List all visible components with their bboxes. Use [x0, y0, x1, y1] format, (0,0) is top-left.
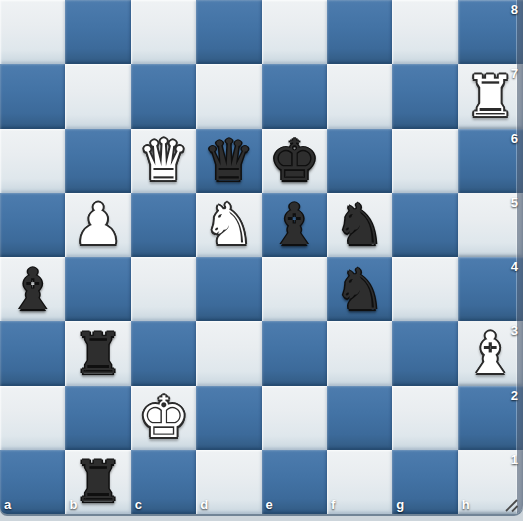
- square-h8[interactable]: 8: [458, 0, 523, 64]
- piece-white-queen[interactable]: ♛: [131, 129, 196, 193]
- rank-label-3: 3: [511, 323, 518, 338]
- square-h7[interactable]: ♜7: [458, 64, 523, 128]
- square-b1[interactable]: ♜b: [65, 450, 130, 514]
- square-a1[interactable]: a: [0, 450, 65, 514]
- square-h6[interactable]: 6: [458, 129, 523, 193]
- square-d4[interactable]: [196, 257, 261, 321]
- file-label-f: f: [331, 497, 335, 512]
- square-b3[interactable]: ♜: [65, 321, 130, 385]
- square-g2[interactable]: [392, 386, 457, 450]
- square-g1[interactable]: g: [392, 450, 457, 514]
- square-g7[interactable]: [392, 64, 457, 128]
- square-a7[interactable]: [0, 64, 65, 128]
- square-a5[interactable]: [0, 193, 65, 257]
- square-f2[interactable]: [327, 386, 392, 450]
- file-label-d: d: [200, 497, 208, 512]
- rank-label-6: 6: [511, 131, 518, 146]
- piece-black-bishop[interactable]: ♝: [0, 257, 65, 321]
- square-a6[interactable]: [0, 129, 65, 193]
- square-e5[interactable]: ♝: [262, 193, 327, 257]
- square-d6[interactable]: ♛: [196, 129, 261, 193]
- square-c7[interactable]: [131, 64, 196, 128]
- square-e8[interactable]: [262, 0, 327, 64]
- page: 8♜7♛♛♚6♟♞♝♞5♝♞4♜♝3♚2a♜bcdefg1h: [0, 0, 523, 521]
- square-f4[interactable]: ♞: [327, 257, 392, 321]
- square-d8[interactable]: [196, 0, 261, 64]
- rank-label-4: 4: [511, 259, 518, 274]
- square-a3[interactable]: [0, 321, 65, 385]
- square-c5[interactable]: [131, 193, 196, 257]
- square-c3[interactable]: [131, 321, 196, 385]
- square-d5[interactable]: ♞: [196, 193, 261, 257]
- square-c8[interactable]: [131, 0, 196, 64]
- piece-black-knight[interactable]: ♞: [327, 257, 392, 321]
- square-e7[interactable]: [262, 64, 327, 128]
- square-e4[interactable]: [262, 257, 327, 321]
- square-a8[interactable]: [0, 0, 65, 64]
- file-label-a: a: [4, 497, 11, 512]
- piece-white-pawn[interactable]: ♟: [65, 193, 130, 257]
- square-h4[interactable]: 4: [458, 257, 523, 321]
- square-g8[interactable]: [392, 0, 457, 64]
- square-e3[interactable]: [262, 321, 327, 385]
- piece-black-knight[interactable]: ♞: [327, 193, 392, 257]
- square-b7[interactable]: [65, 64, 130, 128]
- square-b6[interactable]: [65, 129, 130, 193]
- square-b2[interactable]: [65, 386, 130, 450]
- square-b5[interactable]: ♟: [65, 193, 130, 257]
- file-label-h: h: [462, 497, 470, 512]
- rank-label-2: 2: [511, 388, 518, 403]
- square-a4[interactable]: ♝: [0, 257, 65, 321]
- square-c1[interactable]: c: [131, 450, 196, 514]
- square-e1[interactable]: e: [262, 450, 327, 514]
- square-g3[interactable]: [392, 321, 457, 385]
- square-f5[interactable]: ♞: [327, 193, 392, 257]
- square-h3[interactable]: ♝3: [458, 321, 523, 385]
- square-a2[interactable]: [0, 386, 65, 450]
- square-d1[interactable]: d: [196, 450, 261, 514]
- square-d7[interactable]: [196, 64, 261, 128]
- piece-black-king[interactable]: ♚: [262, 129, 327, 193]
- square-f3[interactable]: [327, 321, 392, 385]
- file-label-e: e: [266, 497, 273, 512]
- file-label-c: c: [135, 497, 142, 512]
- square-c4[interactable]: [131, 257, 196, 321]
- square-g4[interactable]: [392, 257, 457, 321]
- square-g6[interactable]: [392, 129, 457, 193]
- square-g5[interactable]: [392, 193, 457, 257]
- square-h2[interactable]: 2: [458, 386, 523, 450]
- piece-black-queen[interactable]: ♛: [196, 129, 261, 193]
- piece-black-rook[interactable]: ♜: [65, 321, 130, 385]
- piece-white-knight[interactable]: ♞: [196, 193, 261, 257]
- piece-black-bishop[interactable]: ♝: [262, 193, 327, 257]
- square-c2[interactable]: ♚: [131, 386, 196, 450]
- file-label-b: b: [69, 497, 77, 512]
- file-label-g: g: [396, 497, 404, 512]
- square-f7[interactable]: [327, 64, 392, 128]
- rank-label-8: 8: [511, 2, 518, 17]
- resize-grip-lines: [504, 498, 519, 513]
- square-e6[interactable]: ♚: [262, 129, 327, 193]
- square-f1[interactable]: f: [327, 450, 392, 514]
- piece-white-king[interactable]: ♚: [131, 386, 196, 450]
- square-d2[interactable]: [196, 386, 261, 450]
- chess-board[interactable]: 8♜7♛♛♚6♟♞♝♞5♝♞4♜♝3♚2a♜bcdefg1h: [0, 0, 523, 514]
- square-c6[interactable]: ♛: [131, 129, 196, 193]
- rank-label-1: 1: [511, 452, 518, 467]
- resize-grip-icon[interactable]: [504, 498, 519, 513]
- square-f6[interactable]: [327, 129, 392, 193]
- square-e2[interactable]: [262, 386, 327, 450]
- rank-label-5: 5: [511, 195, 518, 210]
- square-b4[interactable]: [65, 257, 130, 321]
- rank-label-7: 7: [511, 66, 518, 81]
- square-h5[interactable]: 5: [458, 193, 523, 257]
- square-b8[interactable]: [65, 0, 130, 64]
- square-d3[interactable]: [196, 321, 261, 385]
- square-f8[interactable]: [327, 0, 392, 64]
